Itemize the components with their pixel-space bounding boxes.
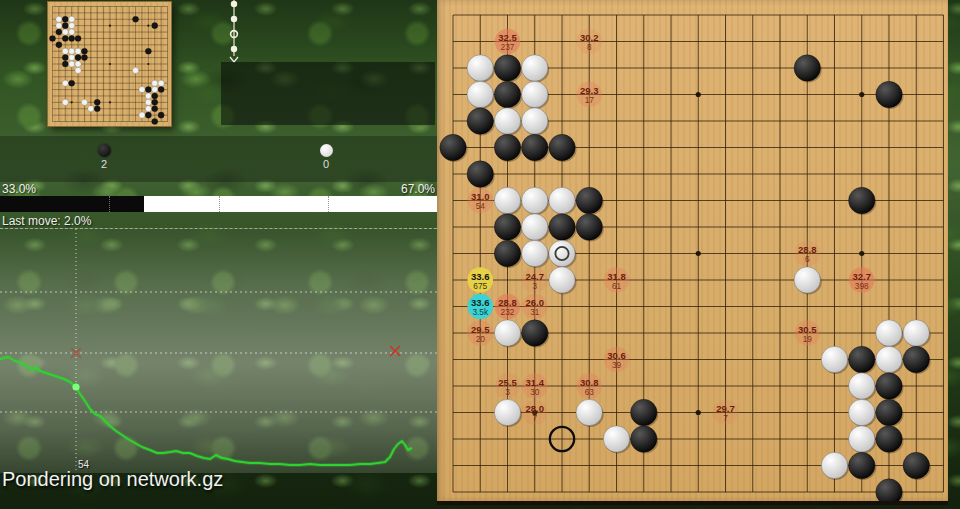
winrate-bar-25-mark — [109, 196, 110, 212]
suggestion-G6[interactable]: 30.639 — [604, 347, 630, 373]
white-stone — [549, 240, 575, 266]
suggestion-visits: 30 — [530, 387, 540, 397]
black-stone — [494, 240, 520, 266]
hoshi-point — [109, 63, 111, 65]
black-stone — [62, 23, 68, 29]
suggestion-D8[interactable]: 26.031 — [522, 294, 548, 320]
black-stone — [158, 112, 164, 118]
black-stone — [440, 134, 466, 160]
move-node[interactable] — [231, 46, 237, 52]
white-stone — [75, 48, 81, 54]
winrate-bar — [0, 196, 437, 212]
black-stone — [494, 214, 520, 240]
suggestion-visits: 6 — [805, 254, 810, 264]
black-stone — [62, 16, 68, 22]
white-stone — [494, 187, 520, 213]
black-stone — [94, 99, 100, 105]
suggestion-B12[interactable]: 31.054 — [467, 188, 493, 214]
white-stone — [849, 373, 875, 399]
suggestion-F5[interactable]: 30.863 — [576, 373, 602, 399]
suggestion-L4[interactable]: 29.77 — [713, 400, 739, 426]
suggestion-C18[interactable]: 32.5237 — [495, 29, 521, 55]
white-stone — [522, 108, 548, 134]
black-stone — [549, 134, 575, 160]
winrate-graph-canvas — [0, 229, 437, 473]
white-capture-count: 0 — [323, 158, 329, 170]
suggestion-visits: 54 — [476, 201, 486, 211]
black-stone — [876, 479, 902, 501]
current-move-dot — [72, 383, 79, 390]
black-capture-count: 2 — [101, 158, 107, 170]
suggestion-visits: 19 — [803, 334, 813, 344]
white-stone — [152, 80, 158, 86]
winrate-bar-50-mark — [219, 196, 220, 212]
status-text: Pondering on network.gz — [2, 468, 223, 491]
black-stone — [69, 80, 75, 86]
black-stone — [158, 87, 164, 93]
white-winrate-label: 67.0% — [401, 182, 435, 196]
black-stone — [69, 35, 75, 41]
suggestion-visits: 8 — [587, 42, 592, 52]
suggestion-C8[interactable]: 28.8232 — [495, 294, 521, 320]
black-winrate-label: 33.0% — [2, 182, 36, 196]
white-stone — [849, 426, 875, 452]
black-stone — [794, 55, 820, 81]
suggestion-visits: 398 — [855, 281, 869, 291]
white-stone — [133, 67, 139, 73]
white-stone — [522, 55, 548, 81]
black-stone — [152, 106, 158, 112]
suggestion-C5[interactable]: 25.53 — [495, 373, 521, 399]
white-stone — [62, 48, 68, 54]
white-stone — [145, 93, 151, 99]
black-stone — [903, 346, 929, 372]
winrate-graph[interactable] — [0, 228, 437, 473]
suggestion-visits: 61 — [612, 281, 622, 291]
white-stone — [69, 16, 75, 22]
hoshi-point — [696, 92, 701, 97]
white-stone — [62, 80, 68, 86]
white-stone — [158, 80, 164, 86]
white-stone — [139, 112, 145, 118]
suggestion-visits: 3.5k — [472, 307, 489, 317]
black-captures: 2 — [84, 144, 124, 170]
white-stone — [467, 81, 493, 107]
black-stone — [62, 55, 68, 61]
black-stone — [145, 112, 151, 118]
white-stone — [75, 61, 81, 67]
black-stone — [152, 23, 158, 29]
hoshi-point — [109, 25, 111, 27]
white-stone — [494, 320, 520, 346]
white-stone-icon — [320, 144, 333, 157]
hoshi-point — [147, 25, 149, 27]
move-node[interactable] — [231, 16, 237, 22]
white-stone — [494, 399, 520, 425]
hoshi-point — [859, 251, 864, 256]
black-stone — [849, 346, 875, 372]
hoshi-point — [859, 92, 864, 97]
black-stone — [494, 134, 520, 160]
white-stone — [69, 29, 75, 35]
suggestion-visits: 20 — [476, 334, 486, 344]
white-stone — [522, 214, 548, 240]
go-board-canvas: 32.523730.2829.31731.05428.8633.667524.7… — [437, 0, 948, 501]
white-stone — [145, 106, 151, 112]
white-stone — [876, 346, 902, 372]
black-stone — [849, 452, 875, 478]
suggestion-visits: 7 — [723, 413, 728, 423]
white-captures: 0 — [306, 144, 346, 170]
suggestion-F18[interactable]: 30.28 — [576, 29, 602, 55]
black-stone — [522, 320, 548, 346]
comment-panel — [221, 62, 435, 125]
suggestion-D9[interactable]: 24.73 — [522, 267, 548, 293]
suggestion-B8[interactable]: 33.63.5k — [467, 294, 493, 320]
black-stone — [576, 187, 602, 213]
suggestion-visits: 63 — [585, 387, 595, 397]
black-stone — [152, 99, 158, 105]
black-stone — [876, 399, 902, 425]
black-stone-icon — [98, 144, 111, 157]
black-stone — [849, 187, 875, 213]
suggestion-B7[interactable]: 29.520 — [467, 320, 493, 346]
black-stone — [145, 48, 151, 54]
app-window: 2 0 33.0% 67.0% Last move: 2.0% 54 Ponde… — [0, 0, 960, 509]
black-stone — [494, 55, 520, 81]
black-stone — [467, 161, 493, 187]
suggestion-visits: 3 — [505, 387, 510, 397]
suggestion-O7[interactable]: 30.519 — [794, 320, 820, 346]
suggestion-visits: 39 — [612, 360, 622, 370]
white-stone — [56, 16, 62, 22]
white-stone — [522, 187, 548, 213]
black-stone — [145, 87, 151, 93]
go-board[interactable]: 32.523730.2829.31731.05428.8633.667524.7… — [437, 0, 948, 505]
black-stone — [522, 134, 548, 160]
black-stone — [62, 61, 68, 67]
black-stone — [94, 106, 100, 112]
hoshi-point — [696, 251, 701, 256]
hoshi-point — [147, 63, 149, 65]
suggestion-visits: 17 — [585, 95, 595, 105]
black-stone — [152, 118, 158, 124]
black-stone — [631, 399, 657, 425]
white-stone — [56, 23, 62, 29]
white-stone — [876, 320, 902, 346]
black-stone — [75, 55, 81, 61]
suggestion-visits: 7 — [532, 413, 537, 423]
white-stone — [88, 106, 94, 112]
hoshi-point — [71, 101, 73, 103]
white-stone — [467, 55, 493, 81]
black-stone — [49, 35, 55, 41]
white-stone — [81, 99, 87, 105]
suggestion-visits: 31 — [530, 307, 540, 317]
black-stone — [494, 81, 520, 107]
white-stone — [522, 240, 548, 266]
analysis-panel: 2 0 33.0% 67.0% Last move: 2.0% 54 Ponde… — [0, 0, 437, 509]
white-stone — [62, 99, 68, 105]
white-stone — [139, 87, 145, 93]
white-stone — [62, 29, 68, 35]
suggestion-D5[interactable]: 31.430 — [522, 373, 548, 399]
white-stone — [75, 67, 81, 73]
hoshi-point — [109, 101, 111, 103]
black-stone — [75, 35, 81, 41]
last-move-delta: Last move: 2.0% — [2, 214, 91, 228]
suggestion-G9[interactable]: 31.861 — [604, 267, 630, 293]
suggestion-B9[interactable]: 33.6675 — [467, 267, 493, 293]
black-stone — [876, 426, 902, 452]
mini-board[interactable] — [48, 2, 171, 126]
white-stone — [603, 426, 629, 452]
black-stone — [549, 214, 575, 240]
suggestion-visits: 3 — [532, 281, 537, 291]
winrate-bar-black — [0, 196, 144, 212]
white-stone — [849, 399, 875, 425]
white-stone — [69, 23, 75, 29]
suggestion-D4[interactable]: 28.07 — [522, 400, 548, 426]
black-stone — [62, 35, 68, 41]
white-stone — [903, 320, 929, 346]
white-stone — [821, 452, 847, 478]
black-stone — [876, 81, 902, 107]
black-stone — [467, 108, 493, 134]
move-tree[interactable] — [222, 0, 252, 70]
white-stone — [522, 81, 548, 107]
black-stone — [576, 214, 602, 240]
move-node[interactable] — [231, 1, 237, 7]
white-stone — [549, 267, 575, 293]
white-stone — [69, 55, 75, 61]
white-stone — [494, 108, 520, 134]
black-stone — [903, 452, 929, 478]
white-stone — [145, 99, 151, 105]
mini-board-canvas — [48, 2, 171, 126]
suggestion-visits: 675 — [473, 281, 487, 291]
white-stone — [69, 48, 75, 54]
black-stone — [631, 426, 657, 452]
black-stone — [56, 29, 62, 35]
black-stone — [81, 48, 87, 54]
black-stone — [81, 55, 87, 61]
suggestion-O10[interactable]: 28.86 — [794, 241, 820, 267]
suggestion-Q9[interactable]: 32.7398 — [849, 267, 875, 293]
hoshi-point — [696, 410, 701, 415]
winrate-bar-75-mark — [328, 196, 329, 212]
white-stone — [152, 87, 158, 93]
white-stone — [794, 267, 820, 293]
white-stone — [821, 346, 847, 372]
suggestion-visits: 237 — [501, 42, 515, 52]
white-stone — [549, 187, 575, 213]
black-stone — [876, 373, 902, 399]
white-stone — [69, 61, 75, 67]
suggestion-F16[interactable]: 29.317 — [576, 82, 602, 108]
white-stone — [576, 399, 602, 425]
winrate-line-glow — [0, 357, 412, 465]
black-stone — [56, 42, 62, 48]
black-stone — [152, 93, 158, 99]
panel-shade — [0, 136, 437, 182]
winrate-line — [0, 357, 412, 465]
suggestion-visits: 232 — [501, 307, 515, 317]
black-stone — [133, 16, 139, 22]
